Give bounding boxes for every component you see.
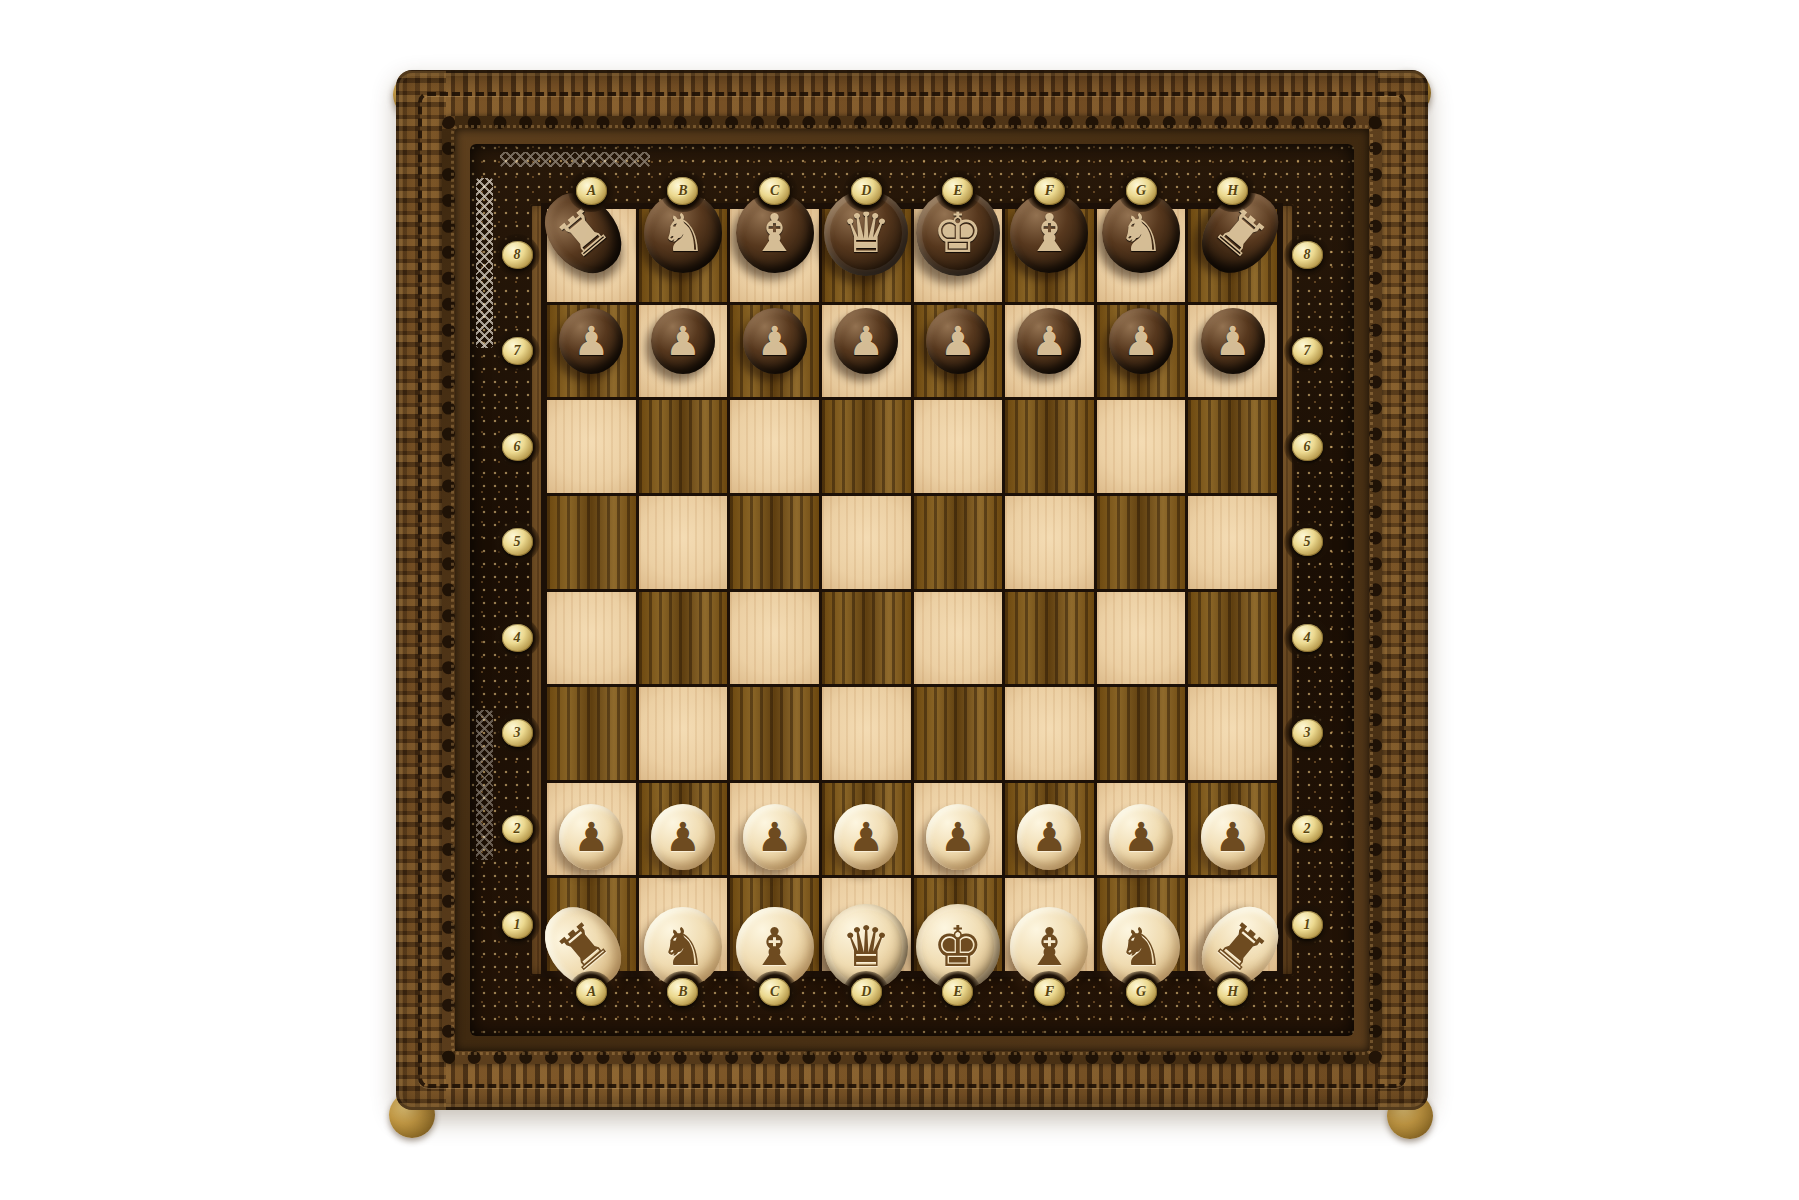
stud-bottom-b: B <box>667 978 698 1006</box>
stud-notch: H <box>1210 971 1256 1013</box>
square-c6[interactable] <box>730 400 819 493</box>
square-a3[interactable] <box>547 687 636 780</box>
piece-black-queen-d8[interactable]: ♛ <box>822 209 911 302</box>
stud-engraving: A <box>587 183 596 199</box>
stud-right-3: 3 <box>1292 719 1323 747</box>
pawn-glyph: ♟ <box>848 817 884 857</box>
knight-glyph: ♞ <box>1118 207 1165 259</box>
piece-white-knight-g1[interactable]: ♞ <box>1097 878 1186 971</box>
stud-notch: B <box>660 170 706 212</box>
stud-engraving: 3 <box>1304 725 1311 741</box>
stud-notch: C <box>752 971 798 1013</box>
square-d5[interactable] <box>822 496 911 589</box>
stud-right-6: 6 <box>1292 433 1323 461</box>
stud-notch: 6 <box>1284 426 1330 468</box>
pawn-glyph: ♟ <box>940 321 976 361</box>
stud-left-3: 3 <box>502 719 533 747</box>
stud-right-1: 1 <box>1292 911 1323 939</box>
square-h4[interactable] <box>1188 592 1277 685</box>
stud-notch: D <box>843 170 889 212</box>
square-g3[interactable] <box>1097 687 1186 780</box>
square-e3[interactable] <box>914 687 1003 780</box>
stud-right-8: 8 <box>1292 241 1323 269</box>
stud-engraving: C <box>770 984 779 1000</box>
stud-top-e: E <box>942 177 973 205</box>
pawn-glyph: ♟ <box>848 321 884 361</box>
stud-top-a: A <box>576 177 607 205</box>
piece-white-bishop-c1[interactable]: ♝ <box>730 878 819 971</box>
piece-black-bishop-c8[interactable]: ♝ <box>730 209 819 302</box>
square-f5[interactable] <box>1005 496 1094 589</box>
stud-left-1: 1 <box>502 911 533 939</box>
square-f6[interactable] <box>1005 400 1094 493</box>
stud-notch: A <box>568 170 614 212</box>
stud-engraving: 7 <box>1304 343 1311 359</box>
piece-white-rook-h1[interactable]: ♜ <box>1188 878 1277 971</box>
piece-white-queen-d1[interactable]: ♛ <box>822 878 911 971</box>
photo-stage: ♜♞♝♛♚♝♞♜♟♟♟♟♟♟♟♟♟♟♟♟♟♟♟♟♜♞♝♛♚♝♞♜ AABBCCD… <box>0 0 1799 1200</box>
pawn-glyph: ♟ <box>1032 321 1068 361</box>
stud-engraving: C <box>770 183 779 199</box>
stud-notch: 5 <box>1284 521 1330 563</box>
piece-white-pawn-c2[interactable]: ♟ <box>730 783 819 876</box>
stud-notch: G <box>1118 170 1164 212</box>
stud-notch: D <box>843 971 889 1013</box>
pawn-glyph: ♟ <box>573 321 609 361</box>
stud-engraving: D <box>861 984 871 1000</box>
stud-engraving: E <box>953 183 962 199</box>
square-b4[interactable] <box>639 592 728 685</box>
piece-black-bishop-f8[interactable]: ♝ <box>1005 209 1094 302</box>
board-stack: ♜♞♝♛♚♝♞♜♟♟♟♟♟♟♟♟♟♟♟♟♟♟♟♟♜♞♝♛♚♝♞♜ <box>544 206 1280 974</box>
piece-black-king-e8[interactable]: ♚ <box>914 209 1003 302</box>
stud-right-5: 5 <box>1292 528 1323 556</box>
square-h6[interactable] <box>1188 400 1277 493</box>
pawn-glyph: ♟ <box>1215 321 1251 361</box>
pawn-glyph: ♟ <box>1032 817 1068 857</box>
stud-engraving: 7 <box>514 343 521 359</box>
bishop-glyph: ♝ <box>751 207 798 259</box>
stud-engraving: 8 <box>514 247 521 263</box>
piece-white-pawn-b2[interactable]: ♟ <box>639 783 728 876</box>
square-g6[interactable] <box>1097 400 1186 493</box>
square-d4[interactable] <box>822 592 911 685</box>
stud-engraving: F <box>1045 183 1054 199</box>
piece-black-pawn-g7[interactable]: ♟ <box>1097 305 1186 398</box>
knight-glyph: ♞ <box>660 921 707 973</box>
piece-white-pawn-d2[interactable]: ♟ <box>822 783 911 876</box>
stud-notch: H <box>1210 170 1256 212</box>
pawn-glyph: ♟ <box>757 321 793 361</box>
stud-notch: 8 <box>494 234 540 276</box>
king-glyph: ♚ <box>933 919 983 975</box>
square-e4[interactable] <box>914 592 1003 685</box>
piece-white-pawn-e2[interactable]: ♟ <box>914 783 1003 876</box>
stud-bottom-e: E <box>942 978 973 1006</box>
square-d3[interactable] <box>822 687 911 780</box>
stud-right-7: 7 <box>1292 337 1323 365</box>
piece-white-pawn-f2[interactable]: ♟ <box>1005 783 1094 876</box>
stud-engraving: B <box>678 183 687 199</box>
square-h5[interactable] <box>1188 496 1277 589</box>
piece-white-king-e1[interactable]: ♚ <box>914 878 1003 971</box>
piece-white-pawn-a2[interactable]: ♟ <box>547 783 636 876</box>
square-c5[interactable] <box>730 496 819 589</box>
stud-notch: G <box>1118 971 1164 1013</box>
stud-bottom-g: G <box>1126 978 1157 1006</box>
stud-engraving: H <box>1227 183 1238 199</box>
stud-left-2: 2 <box>502 815 533 843</box>
stud-notch: E <box>935 971 981 1013</box>
queen-glyph: ♛ <box>841 919 891 975</box>
piece-black-pawn-d7[interactable]: ♟ <box>822 305 911 398</box>
pawn-glyph: ♟ <box>1123 817 1159 857</box>
piece-white-bishop-f1[interactable]: ♝ <box>1005 878 1094 971</box>
stud-bottom-a: A <box>576 978 607 1006</box>
stud-engraving: 4 <box>514 630 521 646</box>
square-a4[interactable] <box>547 592 636 685</box>
stud-notch: C <box>752 170 798 212</box>
pawn-glyph: ♟ <box>757 817 793 857</box>
piece-white-rook-a1[interactable]: ♜ <box>547 878 636 971</box>
stud-notch: 1 <box>1284 904 1330 946</box>
stud-notch: B <box>660 971 706 1013</box>
piece-black-pawn-b7[interactable]: ♟ <box>639 305 728 398</box>
square-a5[interactable] <box>547 496 636 589</box>
stud-left-6: 6 <box>502 433 533 461</box>
lattice-accent <box>476 178 493 348</box>
stud-left-5: 5 <box>502 528 533 556</box>
stud-notch: 6 <box>494 426 540 468</box>
square-f4[interactable] <box>1005 592 1094 685</box>
stud-right-4: 4 <box>1292 624 1323 652</box>
stud-notch: 4 <box>494 617 540 659</box>
stud-top-h: H <box>1217 177 1248 205</box>
piece-black-pawn-h7[interactable]: ♟ <box>1188 305 1277 398</box>
stud-engraving: G <box>1136 984 1146 1000</box>
stud-notch: 1 <box>494 904 540 946</box>
piece-black-rook-h8[interactable]: ♜ <box>1188 209 1277 302</box>
stud-top-c: C <box>759 177 790 205</box>
stud-notch: 5 <box>494 521 540 563</box>
stud-engraving: 2 <box>1304 821 1311 837</box>
piece-black-pawn-f7[interactable]: ♟ <box>1005 305 1094 398</box>
stud-top-g: G <box>1126 177 1157 205</box>
square-c4[interactable] <box>730 592 819 685</box>
stud-engraving: 8 <box>1304 247 1311 263</box>
stud-bottom-f: F <box>1034 978 1065 1006</box>
stud-engraving: 5 <box>1304 534 1311 550</box>
square-g4[interactable] <box>1097 592 1186 685</box>
stud-engraving: 1 <box>1304 917 1311 933</box>
square-b6[interactable] <box>639 400 728 493</box>
lattice-accent <box>500 152 650 167</box>
stud-top-d: D <box>851 177 882 205</box>
stud-engraving: B <box>678 984 687 1000</box>
queen-glyph: ♛ <box>841 205 891 261</box>
square-e6[interactable] <box>914 400 1003 493</box>
pawn-glyph: ♟ <box>1123 321 1159 361</box>
piece-white-knight-b1[interactable]: ♞ <box>639 878 728 971</box>
stud-notch: 8 <box>1284 234 1330 276</box>
stud-engraving: F <box>1045 984 1054 1000</box>
lattice-accent <box>476 710 493 860</box>
piece-black-pawn-a7[interactable]: ♟ <box>547 305 636 398</box>
stud-engraving: 4 <box>1304 630 1311 646</box>
stud-notch: E <box>935 170 981 212</box>
knight-glyph: ♞ <box>1118 921 1165 973</box>
stud-engraving: 5 <box>514 534 521 550</box>
square-b3[interactable] <box>639 687 728 780</box>
stud-engraving: 3 <box>514 725 521 741</box>
chess-board: ♜♞♝♛♚♝♞♜♟♟♟♟♟♟♟♟♟♟♟♟♟♟♟♟♜♞♝♛♚♝♞♜ AABBCCD… <box>396 70 1428 1110</box>
stud-engraving: 2 <box>514 821 521 837</box>
stud-notch: 4 <box>1284 617 1330 659</box>
stud-notch: A <box>568 971 614 1013</box>
stud-engraving: H <box>1227 984 1238 1000</box>
bishop-glyph: ♝ <box>1026 921 1073 973</box>
pawn-glyph: ♟ <box>573 817 609 857</box>
stud-bottom-h: H <box>1217 978 1248 1006</box>
square-h3[interactable] <box>1188 687 1277 780</box>
piece-black-knight-g8[interactable]: ♞ <box>1097 209 1186 302</box>
square-d6[interactable] <box>822 400 911 493</box>
stud-top-f: F <box>1034 177 1065 205</box>
piece-white-pawn-h2[interactable]: ♟ <box>1188 783 1277 876</box>
stud-notch: 2 <box>1284 808 1330 850</box>
square-e5[interactable] <box>914 496 1003 589</box>
piece-black-pawn-c7[interactable]: ♟ <box>730 305 819 398</box>
stud-bottom-d: D <box>851 978 882 1006</box>
pawn-glyph: ♟ <box>1215 817 1251 857</box>
square-g5[interactable] <box>1097 496 1186 589</box>
stud-engraving: D <box>861 183 871 199</box>
stud-notch: 7 <box>1284 330 1330 372</box>
piece-white-pawn-g2[interactable]: ♟ <box>1097 783 1186 876</box>
stud-engraving: 1 <box>514 917 521 933</box>
bishop-glyph: ♝ <box>1026 207 1073 259</box>
square-f3[interactable] <box>1005 687 1094 780</box>
square-b5[interactable] <box>639 496 728 589</box>
stud-bottom-c: C <box>759 978 790 1006</box>
piece-black-rook-a8[interactable]: ♜ <box>547 209 636 302</box>
pawn-glyph: ♟ <box>940 817 976 857</box>
stud-left-7: 7 <box>502 337 533 365</box>
stud-top-b: B <box>667 177 698 205</box>
stud-left-8: 8 <box>502 241 533 269</box>
pawn-glyph: ♟ <box>665 321 701 361</box>
stud-engraving: A <box>587 984 596 1000</box>
stud-notch: 2 <box>494 808 540 850</box>
square-c3[interactable] <box>730 687 819 780</box>
piece-black-pawn-e7[interactable]: ♟ <box>914 305 1003 398</box>
stud-right-2: 2 <box>1292 815 1323 843</box>
pawn-glyph: ♟ <box>665 817 701 857</box>
stud-engraving: E <box>953 984 962 1000</box>
piece-black-knight-b8[interactable]: ♞ <box>639 209 728 302</box>
bishop-glyph: ♝ <box>751 921 798 973</box>
square-a6[interactable] <box>547 400 636 493</box>
knight-glyph: ♞ <box>660 207 707 259</box>
stud-left-4: 4 <box>502 624 533 652</box>
stud-engraving: 6 <box>514 439 521 455</box>
king-glyph: ♚ <box>933 205 983 261</box>
stud-notch: 7 <box>494 330 540 372</box>
stud-engraving: G <box>1136 183 1146 199</box>
stud-engraving: 6 <box>1304 439 1311 455</box>
